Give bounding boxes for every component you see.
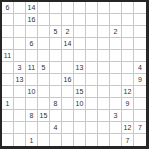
cell-r11c9[interactable]	[98, 122, 110, 134]
cell-r6c5[interactable]	[50, 62, 62, 74]
cell-r8c2[interactable]	[14, 86, 26, 98]
clue-cell-r11c5[interactable]: 4	[50, 122, 62, 134]
clue-cell-r8c3[interactable]: 10	[26, 86, 38, 98]
clue-cell-r9c5[interactable]: 8	[50, 98, 62, 110]
clue-cell-r9c1[interactable]: 1	[2, 98, 14, 110]
cell-r7c7[interactable]	[74, 74, 86, 86]
cell-r4c2[interactable]	[14, 38, 26, 50]
cell-r2c8[interactable]	[86, 14, 98, 26]
clue-cell-r10c10[interactable]: 3	[110, 110, 122, 122]
cell-r2c2[interactable]	[14, 14, 26, 26]
clue-cell-r10c3[interactable]: 8	[26, 110, 38, 122]
cell-r3c3[interactable]	[26, 26, 38, 38]
clue-cell-r11c12[interactable]: 7	[134, 122, 146, 134]
clue-cell-r12c3[interactable]: 1	[26, 134, 38, 146]
cell-r6c9[interactable]	[98, 62, 110, 74]
cell-r1c10[interactable]	[110, 2, 122, 14]
cell-r1c5[interactable]	[50, 2, 62, 14]
cell-r1c2[interactable]	[14, 2, 26, 14]
cell-r10c2[interactable]	[14, 110, 26, 122]
cell-r9c10[interactable]	[110, 98, 122, 110]
clue-cell-r1c1[interactable]: 6	[2, 2, 14, 14]
cell-r4c9[interactable]	[98, 38, 110, 50]
cell-r8c12[interactable]	[134, 86, 146, 98]
clue-cell-r3c6[interactable]: 2	[62, 26, 74, 38]
clue-cell-r7c2[interactable]: 13	[14, 74, 26, 86]
cell-r6c8[interactable]	[86, 62, 98, 74]
cell-r12c10[interactable]	[110, 134, 122, 146]
cell-r4c8[interactable]	[86, 38, 98, 50]
cell-r7c1[interactable]	[2, 74, 14, 86]
cell-r5c9[interactable]	[98, 50, 110, 62]
cell-r1c7[interactable]	[74, 2, 86, 14]
cell-r7c11[interactable]	[122, 74, 134, 86]
cell-r1c12[interactable]	[134, 2, 146, 14]
cell-r11c3[interactable]	[26, 122, 38, 134]
cell-r5c8[interactable]	[86, 50, 98, 62]
cell-r7c3[interactable]	[26, 74, 38, 86]
cell-r2c4[interactable]	[38, 14, 50, 26]
cell-r5c2[interactable]	[14, 50, 26, 62]
cell-r11c1[interactable]	[2, 122, 14, 134]
clue-cell-r6c7[interactable]: 13	[74, 62, 86, 74]
cell-r8c9[interactable]	[98, 86, 110, 98]
cell-r10c5[interactable]	[50, 110, 62, 122]
clue-cell-r4c3[interactable]: 6	[26, 38, 38, 50]
puzzle-board: 6141652261411311513413169101512181098153…	[0, 0, 149, 149]
cell-r3c7[interactable]	[74, 26, 86, 38]
clue-cell-r12c11[interactable]: 7	[122, 134, 134, 146]
cell-r6c6[interactable]	[62, 62, 74, 74]
cell-r12c12[interactable]	[134, 134, 146, 146]
cell-r10c7[interactable]	[74, 110, 86, 122]
cell-r8c4[interactable]	[38, 86, 50, 98]
cell-r5c11[interactable]	[122, 50, 134, 62]
cell-r2c11[interactable]	[122, 14, 134, 26]
clue-cell-r7c6[interactable]: 16	[62, 74, 74, 86]
cell-r4c12[interactable]	[134, 38, 146, 50]
clue-cell-r3c10[interactable]: 2	[110, 26, 122, 38]
clue-cell-r2c3[interactable]: 16	[26, 14, 38, 26]
cell-r3c2[interactable]	[14, 26, 26, 38]
cell-r9c3[interactable]	[26, 98, 38, 110]
cell-r11c6[interactable]	[62, 122, 74, 134]
cell-r3c8[interactable]	[86, 26, 98, 38]
cell-r3c1[interactable]	[2, 26, 14, 38]
cell-r3c4[interactable]	[38, 26, 50, 38]
cell-r12c6[interactable]	[62, 134, 74, 146]
cell-r2c1[interactable]	[2, 14, 14, 26]
clue-cell-r6c3[interactable]: 11	[26, 62, 38, 74]
cell-r6c1[interactable]	[2, 62, 14, 74]
clue-cell-r10c4[interactable]: 15	[38, 110, 50, 122]
cell-r5c7[interactable]	[74, 50, 86, 62]
cell-r11c2[interactable]	[14, 122, 26, 134]
cell-r8c8[interactable]	[86, 86, 98, 98]
cell-r2c12[interactable]	[134, 14, 146, 26]
clue-cell-r5c1[interactable]: 11	[2, 50, 14, 62]
cell-r4c11[interactable]	[122, 38, 134, 50]
cell-r8c5[interactable]	[50, 86, 62, 98]
cell-r10c1[interactable]	[2, 110, 14, 122]
clue-cell-r8c11[interactable]: 12	[122, 86, 134, 98]
cell-r12c8[interactable]	[86, 134, 98, 146]
cell-r10c9[interactable]	[98, 110, 110, 122]
cell-r12c7[interactable]	[74, 134, 86, 146]
cell-r2c7[interactable]	[74, 14, 86, 26]
cell-r7c10[interactable]	[110, 74, 122, 86]
cell-r4c5[interactable]	[50, 38, 62, 50]
cell-r1c9[interactable]	[98, 2, 110, 14]
cell-r12c2[interactable]	[14, 134, 26, 146]
cell-r2c9[interactable]	[98, 14, 110, 26]
cell-r4c4[interactable]	[38, 38, 50, 50]
cell-r8c10[interactable]	[110, 86, 122, 98]
cell-r11c8[interactable]	[86, 122, 98, 134]
clue-cell-r4c6[interactable]: 14	[62, 38, 74, 50]
clue-cell-r6c12[interactable]: 4	[134, 62, 146, 74]
cell-r9c12[interactable]	[134, 98, 146, 110]
cell-r4c1[interactable]	[2, 38, 14, 50]
cell-r9c2[interactable]	[14, 98, 26, 110]
cell-r12c4[interactable]	[38, 134, 50, 146]
cell-r2c5[interactable]	[50, 14, 62, 26]
cell-r7c9[interactable]	[98, 74, 110, 86]
cell-r5c10[interactable]	[110, 50, 122, 62]
cell-r7c4[interactable]	[38, 74, 50, 86]
cell-r9c9[interactable]	[98, 98, 110, 110]
clue-cell-r1c3[interactable]: 14	[26, 2, 38, 14]
cell-r12c5[interactable]	[50, 134, 62, 146]
cell-r5c6[interactable]	[62, 50, 74, 62]
cell-r6c11[interactable]	[122, 62, 134, 74]
cell-r4c7[interactable]	[74, 38, 86, 50]
cell-r8c6[interactable]	[62, 86, 74, 98]
clue-cell-r9c11[interactable]: 9	[122, 98, 134, 110]
cell-r6c10[interactable]	[110, 62, 122, 74]
cell-r1c6[interactable]	[62, 2, 74, 14]
clue-cell-r6c4[interactable]: 5	[38, 62, 50, 74]
clue-cell-r8c7[interactable]: 15	[74, 86, 86, 98]
cell-r5c4[interactable]	[38, 50, 50, 62]
clue-cell-r7c12[interactable]: 9	[134, 74, 146, 86]
cell-r2c10[interactable]	[110, 14, 122, 26]
cell-r10c8[interactable]	[86, 110, 98, 122]
cell-r12c9[interactable]	[98, 134, 110, 146]
clue-cell-r9c7[interactable]: 10	[74, 98, 86, 110]
cell-r10c11[interactable]	[122, 110, 134, 122]
cell-r5c3[interactable]	[26, 50, 38, 62]
cell-r7c5[interactable]	[50, 74, 62, 86]
cell-r11c4[interactable]	[38, 122, 50, 134]
cell-r4c10[interactable]	[110, 38, 122, 50]
cell-r3c11[interactable]	[122, 26, 134, 38]
clue-cell-r6c2[interactable]: 3	[14, 62, 26, 74]
cell-r7c8[interactable]	[86, 74, 98, 86]
cell-r9c8[interactable]	[86, 98, 98, 110]
cell-r11c10[interactable]	[110, 122, 122, 134]
cell-r5c5[interactable]	[50, 50, 62, 62]
cell-r3c9[interactable]	[98, 26, 110, 38]
clue-cell-r3c5[interactable]: 5	[50, 26, 62, 38]
cell-r2c6[interactable]	[62, 14, 74, 26]
cell-r1c11[interactable]	[122, 2, 134, 14]
cell-r11c7[interactable]	[74, 122, 86, 134]
cell-r1c4[interactable]	[38, 2, 50, 14]
cell-r10c6[interactable]	[62, 110, 74, 122]
cell-r10c12[interactable]	[134, 110, 146, 122]
cell-r3c12[interactable]	[134, 26, 146, 38]
clue-cell-r11c11[interactable]: 12	[122, 122, 134, 134]
cell-r1c8[interactable]	[86, 2, 98, 14]
cell-r9c4[interactable]	[38, 98, 50, 110]
cell-r12c1[interactable]	[2, 134, 14, 146]
cell-r9c6[interactable]	[62, 98, 74, 110]
cell-r8c1[interactable]	[2, 86, 14, 98]
cell-r5c12[interactable]	[134, 50, 146, 62]
